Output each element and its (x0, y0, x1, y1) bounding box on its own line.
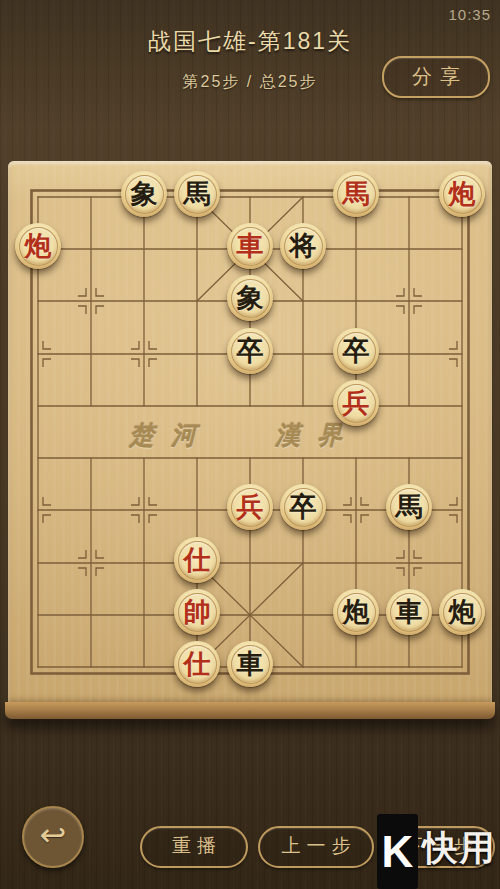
piece-red-horse[interactable]: 馬 (333, 171, 379, 217)
piece-black-general[interactable]: 将 (280, 223, 326, 269)
piece-black-chariot[interactable]: 車 (386, 589, 432, 635)
level-title: 战国七雄-第181关 (0, 26, 500, 57)
piece-char: 帥 (184, 599, 211, 626)
piece-char: 兵 (343, 390, 370, 417)
share-button[interactable]: 分享 (382, 56, 490, 98)
piece-char: 馬 (184, 181, 211, 208)
piece-char: 車 (237, 651, 264, 678)
back-arrow-icon: ↩ (40, 819, 67, 851)
piece-black-cannon[interactable]: 炮 (439, 589, 485, 635)
piece-char: 炮 (25, 233, 52, 260)
piece-red-cannon[interactable]: 炮 (439, 171, 485, 217)
pieces-layer: 象馬馬炮炮車将象卒卒兵兵卒馬仕帥炮車炮仕車 (0, 0, 500, 740)
app-screen: 10:35 战国七雄-第181关 第25步 / 总25步 分享 楚河 漢界 象馬… (0, 0, 500, 889)
piece-char: 炮 (449, 181, 476, 208)
piece-char: 馬 (396, 494, 423, 521)
previous-step-button[interactable]: 上一步 (258, 826, 374, 868)
piece-char: 車 (396, 599, 423, 626)
piece-char: 馬 (343, 181, 370, 208)
piece-black-horse[interactable]: 馬 (174, 171, 220, 217)
piece-char: 仕 (184, 651, 211, 678)
piece-red-cannon[interactable]: 炮 (15, 223, 61, 269)
piece-black-elephant[interactable]: 象 (121, 171, 167, 217)
piece-char: 炮 (343, 599, 370, 626)
kuaiyong-logo-icon: K (377, 814, 418, 889)
piece-black-cannon[interactable]: 炮 (333, 589, 379, 635)
piece-char: 炮 (449, 599, 476, 626)
piece-black-chariot[interactable]: 車 (227, 641, 273, 687)
piece-red-advisor[interactable]: 仕 (174, 641, 220, 687)
piece-red-chariot[interactable]: 車 (227, 223, 273, 269)
piece-red-soldier[interactable]: 兵 (333, 380, 379, 426)
piece-char: 兵 (237, 494, 264, 521)
piece-red-advisor[interactable]: 仕 (174, 537, 220, 583)
piece-char: 象 (131, 181, 158, 208)
status-time: 10:35 (448, 6, 491, 23)
piece-black-soldier[interactable]: 卒 (333, 328, 379, 374)
piece-char: 卒 (343, 338, 370, 365)
piece-char: 卒 (290, 494, 317, 521)
piece-black-horse[interactable]: 馬 (386, 484, 432, 530)
piece-red-soldier[interactable]: 兵 (227, 484, 273, 530)
piece-black-elephant[interactable]: 象 (227, 275, 273, 321)
piece-black-soldier[interactable]: 卒 (280, 484, 326, 530)
piece-char: 卒 (237, 338, 264, 365)
piece-black-soldier[interactable]: 卒 (227, 328, 273, 374)
kuaiyong-watermark: 快用 (419, 823, 500, 873)
piece-char: 象 (237, 285, 264, 312)
piece-char: 車 (237, 233, 264, 260)
piece-red-general[interactable]: 帥 (174, 589, 220, 635)
back-button[interactable]: ↩ (22, 806, 84, 868)
piece-char: 仕 (184, 547, 211, 574)
piece-char: 将 (290, 233, 317, 260)
replay-button[interactable]: 重播 (140, 826, 248, 868)
